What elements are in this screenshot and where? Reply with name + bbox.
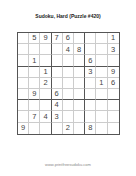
sudoku-cell[interactable]: 9 [108,67,119,78]
sudoku-cell[interactable]: 6 [63,33,74,44]
sudoku-cell[interactable]: 2 [63,123,74,134]
sudoku-cell[interactable] [63,111,74,122]
sudoku-cell[interactable] [52,55,63,66]
sudoku-cell[interactable]: 1 [40,67,51,78]
sudoku-cell[interactable] [96,89,107,100]
sudoku-cell[interactable] [96,55,107,66]
sudoku-cell[interactable] [74,33,85,44]
sudoku-cell[interactable] [40,44,51,55]
sudoku-cell[interactable] [85,89,96,100]
sudoku-cell[interactable]: 8 [85,123,96,134]
sudoku-cell[interactable]: 6 [85,55,96,66]
puzzle-title: Sudoku, Hard (Puzzle #420) [0,13,136,19]
sudoku-cell[interactable] [108,111,119,122]
sudoku-cell[interactable] [74,100,85,111]
sudoku-cell[interactable] [63,89,74,100]
sudoku-cell[interactable] [85,78,96,89]
sudoku-cell[interactable]: 4 [63,44,74,55]
sudoku-cell[interactable] [74,67,85,78]
sudoku-cell[interactable] [85,100,96,111]
sudoku-cell[interactable]: 9 [40,33,51,44]
sudoku-cell[interactable] [29,123,40,134]
sudoku-cell[interactable] [63,78,74,89]
sudoku-cell[interactable] [18,100,29,111]
sudoku-cell[interactable] [52,44,63,55]
sudoku-cell[interactable] [96,33,107,44]
sudoku-cell[interactable]: 1 [108,33,119,44]
sudoku-cell[interactable] [52,78,63,89]
sudoku-cell[interactable] [74,89,85,100]
sudoku-cell[interactable]: 6 [52,89,63,100]
sudoku-cell[interactable] [108,100,119,111]
sudoku-cell[interactable] [85,33,96,44]
sudoku-cell[interactable] [74,55,85,66]
sudoku-cell[interactable] [40,100,51,111]
sudoku-cell[interactable] [18,78,29,89]
sudoku-cell[interactable]: 6 [108,78,119,89]
sudoku-cell[interactable] [40,89,51,100]
sudoku-cell[interactable] [96,123,107,134]
puzzle-page: Sudoku, Hard (Puzzle #420) 5976148316139… [0,0,136,176]
sudoku-cell[interactable]: 9 [18,123,29,134]
sudoku-cell[interactable]: 4 [40,111,51,122]
sudoku-cell[interactable]: 8 [74,44,85,55]
sudoku-cell[interactable] [63,67,74,78]
sudoku-cell[interactable] [85,111,96,122]
sudoku-cell[interactable] [29,100,40,111]
sudoku-cell[interactable] [74,78,85,89]
sudoku-grid: 5976148316139216964743928 [17,32,120,135]
sudoku-cell[interactable]: 7 [52,33,63,44]
sudoku-cell[interactable]: 1 [29,55,40,66]
sudoku-cell[interactable] [18,111,29,122]
sudoku-cell[interactable] [18,55,29,66]
sudoku-cell[interactable] [85,44,96,55]
sudoku-cell[interactable] [18,33,29,44]
sudoku-cell[interactable] [108,123,119,134]
sudoku-cell[interactable] [108,89,119,100]
sudoku-cell[interactable]: 4 [52,100,63,111]
sudoku-cell[interactable] [74,123,85,134]
sudoku-cell[interactable] [18,89,29,100]
sudoku-cell[interactable]: 5 [29,33,40,44]
sudoku-cell[interactable] [74,111,85,122]
sudoku-cell[interactable] [63,55,74,66]
sudoku-cell[interactable]: 3 [108,44,119,55]
sudoku-cell[interactable] [40,123,51,134]
sudoku-cell[interactable] [40,55,51,66]
sudoku-cell[interactable] [96,111,107,122]
sudoku-cell[interactable]: 1 [96,78,107,89]
sudoku-cell[interactable] [52,123,63,134]
sudoku-cell[interactable] [108,55,119,66]
sudoku-cell[interactable] [96,67,107,78]
sudoku-cell[interactable] [18,44,29,55]
sudoku-cell[interactable]: 7 [29,111,40,122]
sudoku-cell[interactable] [29,44,40,55]
sudoku-cell[interactable] [18,67,29,78]
sudoku-cell[interactable] [29,67,40,78]
sudoku-cell[interactable] [29,78,40,89]
sudoku-cell[interactable]: 2 [40,78,51,89]
sudoku-cell[interactable] [96,100,107,111]
sudoku-cell[interactable] [96,44,107,55]
sudoku-cell[interactable]: 3 [52,111,63,122]
sudoku-cell[interactable]: 9 [29,89,40,100]
footer-url: www.printfreesudoku.com [0,162,136,167]
sudoku-cell[interactable] [63,100,74,111]
sudoku-cell[interactable]: 3 [85,67,96,78]
sudoku-cell[interactable] [52,67,63,78]
